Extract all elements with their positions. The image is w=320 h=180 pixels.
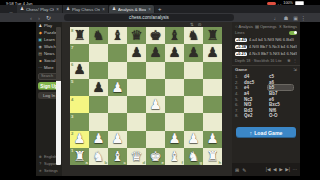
sidebar-item-label: Play: [44, 23, 52, 28]
move-black[interactable]: Bb7: [268, 91, 293, 96]
square-d4[interactable]: [127, 96, 146, 113]
piece-black-b: ♝: [111, 29, 123, 43]
move-white[interactable]: a4: [243, 91, 268, 96]
square-f1[interactable]: f♝: [165, 148, 184, 165]
piece-black-p: ♟: [168, 46, 180, 60]
square-g5[interactable]: [184, 79, 203, 96]
square-a6[interactable]: 6♟: [70, 62, 89, 79]
piece-white-p: ♟: [111, 81, 123, 95]
square-b6[interactable]: [89, 62, 108, 79]
piece-black-p: ♟: [130, 46, 142, 60]
square-g3[interactable]: [184, 113, 203, 130]
engine-line[interactable]: +0.454.a4 b4 5.Nf3 Nf6 6.Bd3: [232, 37, 300, 44]
square-d5[interactable]: [127, 79, 146, 96]
rank-label: 2: [71, 131, 73, 136]
square-f5[interactable]: [165, 79, 184, 96]
piece-white-b: ♝: [168, 150, 180, 164]
square-g8[interactable]: ♞: [184, 27, 203, 44]
close-tab-icon[interactable]: ×: [56, 7, 59, 12]
playback-controls: ⊞✎ |◀◀▶▶|⋯: [232, 163, 300, 176]
square-a8[interactable]: 8♜: [70, 27, 89, 44]
pawn-favicon-icon: ♟: [20, 7, 24, 11]
engine-line-moves: 4.Nf3 Bb7 5.Nc3 b4 6.Nd5: [249, 44, 297, 49]
board-menu-icon[interactable]: ⊞: [235, 167, 239, 173]
square-e4[interactable]: ♟: [146, 96, 165, 113]
sidebar-item-label: More: [44, 65, 54, 70]
file-label: g: [199, 160, 202, 165]
move-black[interactable]: Bxc5: [268, 102, 293, 107]
square-f6[interactable]: [165, 62, 184, 79]
square-a1[interactable]: 1a♜: [70, 148, 89, 165]
move-number: 3.: [235, 85, 243, 90]
piece-white-p: ♟: [168, 132, 180, 146]
square-e3[interactable]: [146, 113, 165, 130]
expand-engine-icon[interactable]: ⋮: [293, 58, 297, 63]
sidebar-footer-settings[interactable]: ✳Settings: [36, 167, 62, 174]
square-b5[interactable]: ♟: [89, 79, 108, 96]
square-c4[interactable]: [108, 96, 127, 113]
square-c3[interactable]: [108, 113, 127, 130]
piece-black-q: ♛: [130, 29, 142, 43]
pawn-icon: ♟: [38, 24, 43, 28]
file-label: d: [142, 160, 145, 165]
square-d8[interactable]: ♛: [127, 27, 146, 44]
more-options-icon[interactable]: ⋯: [292, 167, 297, 172]
move-number: 8.: [235, 113, 243, 118]
news-icon: ▤: [38, 52, 43, 56]
square-f3[interactable]: [165, 113, 184, 130]
rank-label: 1: [71, 148, 73, 153]
square-h1[interactable]: h♜: [203, 148, 222, 165]
square-d1[interactable]: d♛: [127, 148, 146, 165]
square-b3[interactable]: [89, 113, 108, 130]
square-e8[interactable]: ♚: [146, 27, 165, 44]
panel-tab-analysis[interactable]: ○Analysis: [235, 24, 253, 29]
piece-black-p: ♟: [187, 46, 199, 60]
edit-icon[interactable]: ✎: [242, 167, 246, 173]
move-row: 5.Nc3e6: [235, 96, 297, 102]
square-h7[interactable]: ♟: [203, 44, 222, 61]
file-label: h: [218, 160, 221, 165]
last-move-button[interactable]: ▶|: [285, 167, 290, 172]
engine-settings-icon[interactable]: ❃: [287, 58, 290, 63]
square-a3[interactable]: 3: [70, 113, 89, 130]
privacy-shield-icon[interactable]: ☗: [284, 15, 288, 21]
eval-badge: +0.21: [235, 52, 247, 57]
rank-label: 5: [71, 79, 73, 84]
first-move-button[interactable]: |◀: [266, 167, 271, 172]
chess-board: 8♜♞♝♛♚♝♞♜7♟♟♟♟♟6♟5♟♟4♟32♟♟♟♟♟♟1a♜b♞c♝d♛e…: [70, 27, 222, 165]
help-icon: ?: [38, 162, 43, 166]
move-number: 5.: [235, 97, 243, 102]
square-a7[interactable]: 7: [70, 44, 89, 61]
square-h8[interactable]: ♜: [203, 27, 222, 44]
square-e1[interactable]: e♚: [146, 148, 165, 165]
sidebar-footer-label: Settings: [44, 169, 58, 173]
sidebar-footer-label: English: [44, 155, 56, 159]
move-white[interactable]: Qe2: [243, 113, 268, 118]
piece-white-r: ♜: [206, 150, 218, 164]
square-h3[interactable]: [203, 113, 222, 130]
rank-label: 8: [71, 28, 73, 33]
piece-white-p: ♟: [206, 132, 218, 146]
eval-badge: +0.45: [235, 38, 247, 43]
move-number: 7.: [235, 108, 243, 113]
gear-icon: ✳: [38, 169, 43, 173]
move-row: 7.Bd3Nf6: [235, 108, 297, 114]
pawn-favicon-icon: ♟: [112, 7, 116, 11]
move-row: 8.Qe2O-O: [235, 113, 297, 119]
browser-menu-icon[interactable]: ⋮: [301, 15, 307, 21]
engine-line-moves: 4.a4 b4 5.Nf3 Nf6 6.Bd3: [249, 37, 297, 42]
piece-white-q: ♛: [130, 150, 142, 164]
square-c5[interactable]: ♟: [108, 79, 127, 96]
move-white[interactable]: e4: [243, 85, 268, 90]
piece-black-r: ♜: [73, 29, 85, 43]
move-white[interactable]: dxc5: [243, 80, 268, 85]
learn-icon: ▣: [38, 38, 43, 42]
piece-white-p: ♟: [92, 132, 104, 146]
move-black[interactable]: e6: [268, 97, 293, 102]
piece-black-k: ♚: [149, 29, 161, 43]
square-c6[interactable]: [108, 62, 127, 79]
square-d2[interactable]: [127, 131, 146, 148]
piece-white-r: ♜: [73, 150, 85, 164]
square-b4[interactable]: [89, 96, 108, 113]
square-g1[interactable]: g♞: [184, 148, 203, 165]
game-section-label: Game: [235, 67, 247, 72]
evaluation-bar: [56, 27, 61, 165]
rank-label: 4: [71, 97, 73, 102]
share-icon[interactable]: ▣: [293, 15, 298, 21]
move-black[interactable]: b5: [268, 85, 293, 90]
prev-move-button[interactable]: ◀: [273, 167, 277, 172]
rank-label: 6: [71, 62, 73, 67]
move-white[interactable]: Nc3: [243, 97, 268, 102]
square-f2[interactable]: ♟: [165, 131, 184, 148]
reload-icon[interactable]: ↻: [46, 15, 51, 21]
next-move-button[interactable]: ▶: [279, 167, 283, 172]
new-tab-button[interactable]: +: [158, 6, 162, 13]
square-b2[interactable]: ♟: [89, 131, 108, 148]
move-number: 1.: [235, 74, 243, 79]
square-g2[interactable]: ♟: [184, 131, 203, 148]
back-icon[interactable]: ‹: [30, 15, 32, 21]
expand-moves-icon[interactable]: ⇲: [293, 67, 297, 72]
move-row: 2.dxc5a6: [235, 80, 297, 86]
eval-black-portion: [56, 27, 61, 81]
mic-icon[interactable]: ♩: [274, 15, 279, 21]
screen: 9:58 Tue 4 Jun ◡ 100% ⊞ ♟Chess! Play Che…: [0, 0, 320, 180]
square-e6[interactable]: [146, 62, 165, 79]
sidebar-item-label: News: [44, 51, 54, 56]
piece-white-p: ♟: [111, 132, 123, 146]
square-e5[interactable]: [146, 79, 165, 96]
file-label: b: [104, 160, 107, 165]
load-game-button[interactable]: ↑ Load Game: [236, 127, 296, 138]
browser-tab[interactable]: ♟Play Chess Online - ...×: [63, 5, 109, 13]
engine-toggle[interactable]: [289, 31, 297, 35]
square-c2[interactable]: ♟: [108, 131, 127, 148]
square-h6[interactable]: [203, 62, 222, 79]
move-number: 4.: [235, 91, 243, 96]
move-black[interactable]: a6: [268, 80, 293, 85]
engine-line[interactable]: +0.214.Nc3 Bb7 5.Nf3 b4 6.Nd5: [232, 50, 300, 57]
piece-black-b: ♝: [168, 29, 180, 43]
square-c8[interactable]: ♝: [108, 27, 127, 44]
tab-title: Chess! Play Chess On...: [26, 7, 54, 12]
piece-black-p: ♟: [92, 81, 104, 95]
move-white[interactable]: d4: [243, 74, 268, 79]
piece-black-r: ♜: [206, 29, 218, 43]
close-tab-icon[interactable]: ×: [102, 7, 105, 12]
panel-tab-openings[interactable]: ▤Openings: [255, 24, 277, 29]
square-b8[interactable]: ♞: [89, 27, 108, 44]
piece-white-n: ♞: [187, 150, 199, 164]
square-d3[interactable]: [127, 113, 146, 130]
square-g6[interactable]: [184, 62, 203, 79]
pawn-favicon-icon: ♟: [66, 7, 70, 11]
rank-label: 3: [71, 114, 73, 119]
browser-tab[interactable]: ♟Analysis & Board Edi...×: [109, 5, 155, 13]
browser-tabs: ♟Chess! Play Chess On...×♟Play Chess Onl…: [17, 5, 162, 13]
square-d6[interactable]: [127, 62, 146, 79]
square-b1[interactable]: b♞: [89, 148, 108, 165]
move-row: 1.d4c5: [235, 74, 297, 80]
move-number: 2.: [235, 80, 243, 85]
square-h2[interactable]: ♟: [203, 131, 222, 148]
square-d7[interactable]: ♟: [127, 44, 146, 61]
engine-status-text: Depth 18 · Stockfish 16 Lite: [235, 59, 282, 63]
square-a5[interactable]: 5: [70, 79, 89, 96]
url-text: chess.com/analysis: [129, 15, 169, 20]
square-e7[interactable]: ♟: [146, 44, 165, 61]
move-black[interactable]: c5: [268, 74, 293, 79]
piece-white-k: ♚: [149, 150, 161, 164]
tab-title: Play Chess Online - ...: [72, 7, 100, 12]
square-f7[interactable]: ♟: [165, 44, 184, 61]
square-f4[interactable]: [165, 96, 184, 113]
piece-white-p: ♟: [187, 132, 199, 146]
file-label: e: [162, 160, 164, 165]
sidebar-item-label: Social: [44, 58, 55, 63]
move-row: 6.Nf3Bxc5: [235, 102, 297, 108]
close-tab-icon[interactable]: ×: [148, 7, 151, 12]
piece-black-n: ♞: [187, 29, 199, 43]
move-white[interactable]: Nf3: [243, 102, 268, 107]
sidebar-item-label: Watch: [44, 44, 56, 49]
engine-line[interactable]: +0.384.Nf3 Bb7 5.Nc3 b4 6.Nd5: [232, 43, 300, 50]
move-black[interactable]: Nf6: [268, 108, 293, 113]
magnifier-icon: ○: [235, 24, 238, 29]
square-e2[interactable]: [146, 131, 165, 148]
file-label: a: [86, 160, 88, 165]
eval-white-portion: [56, 81, 61, 165]
watch-icon: ◉: [38, 45, 43, 49]
piece-black-p: ♟: [149, 46, 161, 60]
url-field[interactable]: chess.com/analysis: [64, 14, 234, 21]
eval-badge: +0.38: [235, 45, 247, 50]
file-label: f: [182, 160, 183, 165]
gear-icon: ✳: [278, 24, 282, 29]
rank-label: 7: [71, 45, 73, 50]
lines-label: Lines: [235, 30, 245, 35]
square-a4[interactable]: 4: [70, 96, 89, 113]
piece-white-b: ♝: [111, 150, 123, 164]
move-black[interactable]: O-O: [268, 113, 293, 118]
upload-icon: ↑: [250, 130, 253, 136]
social-icon: ☻: [38, 59, 43, 63]
puzzle-icon: ◆: [38, 31, 43, 35]
square-h5[interactable]: [203, 79, 222, 96]
move-number: 6.: [235, 102, 243, 107]
square-a2[interactable]: 2♟: [70, 131, 89, 148]
piece-black-p: ♟: [206, 46, 218, 60]
file-label: c: [124, 160, 126, 165]
forward-icon[interactable]: ›: [38, 15, 40, 21]
engine-line-moves: 4.Nc3 Bb7 5.Nf3 b4 6.Nd5: [249, 51, 297, 56]
tab-title: Analysis & Board Edi...: [118, 7, 146, 12]
panel-tabs: ○Analysis▤Openings✳Settings: [232, 22, 300, 29]
globe-icon: ⊕: [38, 155, 43, 159]
square-c7[interactable]: [108, 44, 127, 61]
browser-tab[interactable]: ♟Chess! Play Chess On...×: [17, 5, 63, 13]
panel-tab-label: Analysis: [239, 24, 254, 29]
move-white[interactable]: Bd3: [243, 108, 268, 113]
analysis-panel: ○Analysis▤Openings✳Settings Lines +0.454…: [232, 22, 300, 176]
load-game-label: Load Game: [254, 130, 282, 136]
piece-white-p: ♟: [149, 98, 161, 112]
move-list: 1.d4c52.dxc5a63.e4b54.a4Bb75.Nc3e66.Nf3B…: [232, 74, 300, 119]
piece-black-n: ♞: [92, 29, 104, 43]
square-g4[interactable]: [184, 96, 203, 113]
book-icon: ▤: [255, 24, 259, 29]
sidebar-item-label: Learn: [44, 37, 55, 42]
square-c1[interactable]: c♝: [108, 148, 127, 165]
panel-tab-label: Settings: [283, 24, 297, 29]
move-row: 3.e4b5: [235, 85, 297, 91]
square-h4[interactable]: [203, 96, 222, 113]
piece-white-n: ♞: [92, 150, 104, 164]
more-icon: ⋯: [38, 66, 43, 70]
square-g7[interactable]: ♟: [184, 44, 203, 61]
panel-tab-label: Openings: [260, 24, 277, 29]
panel-tab-settings[interactable]: ✳Settings: [278, 24, 297, 29]
piece-white-p: ♟: [73, 132, 85, 146]
move-row: 4.a4Bb7: [235, 91, 297, 97]
square-b7[interactable]: [89, 44, 108, 61]
square-f8[interactable]: ♝: [165, 27, 184, 44]
piece-black-p: ♟: [73, 63, 85, 77]
